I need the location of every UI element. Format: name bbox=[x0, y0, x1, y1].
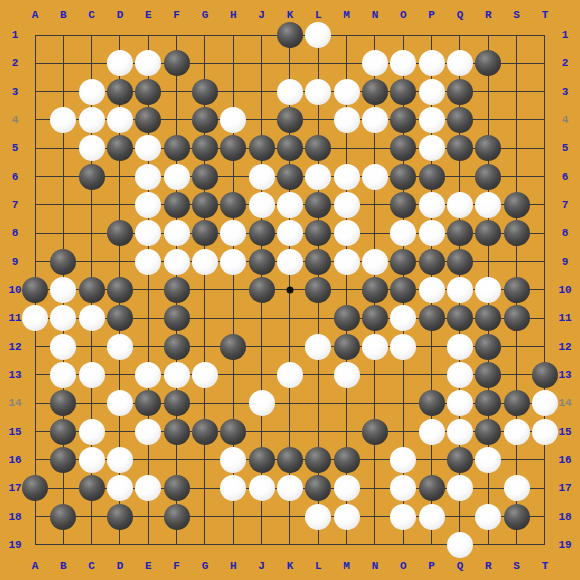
stone-white bbox=[419, 504, 445, 530]
stone-black bbox=[164, 192, 190, 218]
stone-white bbox=[277, 362, 303, 388]
stone-white bbox=[107, 390, 133, 416]
stone-black bbox=[390, 79, 416, 105]
stone-black bbox=[419, 249, 445, 275]
stone-black bbox=[107, 220, 133, 246]
row-label-right: 1 bbox=[562, 29, 569, 41]
stone-white bbox=[249, 475, 275, 501]
stone-black bbox=[164, 135, 190, 161]
stone-white bbox=[447, 277, 473, 303]
stone-black bbox=[504, 192, 530, 218]
column-label-bottom: N bbox=[372, 560, 379, 572]
stone-black bbox=[447, 305, 473, 331]
stone-black bbox=[164, 334, 190, 360]
stone-black bbox=[164, 277, 190, 303]
stone-black bbox=[305, 249, 331, 275]
stone-black bbox=[305, 220, 331, 246]
column-label-top: N bbox=[372, 9, 379, 21]
column-label-bottom: H bbox=[230, 560, 237, 572]
stone-white bbox=[390, 334, 416, 360]
stone-white bbox=[22, 305, 48, 331]
stone-black bbox=[390, 192, 416, 218]
column-label-top: F bbox=[173, 9, 180, 21]
stone-black bbox=[79, 475, 105, 501]
stone-black bbox=[305, 135, 331, 161]
stone-black bbox=[79, 164, 105, 190]
stone-black bbox=[135, 79, 161, 105]
stone-black bbox=[504, 277, 530, 303]
stone-black bbox=[220, 192, 246, 218]
column-label-top: H bbox=[230, 9, 237, 21]
stone-white bbox=[79, 107, 105, 133]
stone-black bbox=[107, 79, 133, 105]
row-label-right: 11 bbox=[558, 312, 571, 324]
stone-white bbox=[334, 220, 360, 246]
stone-white bbox=[164, 362, 190, 388]
column-label-bottom: T bbox=[542, 560, 549, 572]
column-label-top: Q bbox=[457, 9, 464, 21]
stone-black bbox=[50, 504, 76, 530]
row-label-right: 18 bbox=[558, 511, 571, 523]
row-label-right: 3 bbox=[562, 86, 569, 98]
stone-black bbox=[22, 475, 48, 501]
stone-black bbox=[475, 334, 501, 360]
stone-white bbox=[164, 249, 190, 275]
stone-black bbox=[164, 475, 190, 501]
stone-white bbox=[390, 475, 416, 501]
stone-white bbox=[334, 79, 360, 105]
stone-white bbox=[107, 447, 133, 473]
stone-black bbox=[192, 135, 218, 161]
row-label-right: 7 bbox=[562, 199, 569, 211]
stone-black bbox=[362, 277, 388, 303]
stone-black bbox=[192, 220, 218, 246]
stone-black bbox=[164, 419, 190, 445]
stone-white bbox=[334, 362, 360, 388]
stone-white bbox=[419, 277, 445, 303]
stone-white bbox=[419, 135, 445, 161]
stone-white bbox=[277, 220, 303, 246]
stone-black bbox=[305, 447, 331, 473]
row-label-left: 1 bbox=[12, 29, 19, 41]
stone-black bbox=[249, 220, 275, 246]
stone-white bbox=[334, 164, 360, 190]
stone-black bbox=[447, 447, 473, 473]
row-label-left: 18 bbox=[8, 511, 21, 523]
stone-white bbox=[447, 334, 473, 360]
stone-white bbox=[447, 192, 473, 218]
stone-white bbox=[334, 249, 360, 275]
row-label-right: 6 bbox=[562, 171, 569, 183]
stone-white bbox=[447, 475, 473, 501]
column-label-top: A bbox=[32, 9, 39, 21]
stone-black bbox=[305, 277, 331, 303]
stone-white bbox=[504, 419, 530, 445]
stone-black bbox=[164, 305, 190, 331]
stone-white bbox=[362, 334, 388, 360]
stone-black bbox=[390, 107, 416, 133]
stone-black bbox=[447, 249, 473, 275]
stone-black bbox=[192, 419, 218, 445]
stone-white bbox=[447, 50, 473, 76]
stone-white bbox=[79, 135, 105, 161]
stone-black bbox=[504, 305, 530, 331]
stone-white bbox=[50, 277, 76, 303]
stone-black bbox=[50, 419, 76, 445]
stone-white bbox=[390, 447, 416, 473]
stone-black bbox=[135, 107, 161, 133]
stone-black bbox=[447, 220, 473, 246]
go-board[interactable]: AABBCCDDEEFFGGHHJJKKLLMMNNOOPPQQRRSSTT11… bbox=[0, 0, 580, 580]
stone-black bbox=[447, 135, 473, 161]
row-label-right: 14 bbox=[558, 397, 571, 409]
stone-white bbox=[107, 334, 133, 360]
stone-black bbox=[475, 362, 501, 388]
stone-black bbox=[362, 305, 388, 331]
stone-black bbox=[164, 390, 190, 416]
stone-black bbox=[334, 334, 360, 360]
row-label-left: 6 bbox=[12, 171, 19, 183]
stone-black bbox=[475, 135, 501, 161]
stone-white bbox=[305, 334, 331, 360]
row-label-left: 17 bbox=[8, 482, 21, 494]
stone-white bbox=[79, 362, 105, 388]
stone-black bbox=[419, 475, 445, 501]
stone-white bbox=[135, 50, 161, 76]
stone-white bbox=[79, 419, 105, 445]
stone-white bbox=[305, 79, 331, 105]
stone-black bbox=[305, 475, 331, 501]
stone-black bbox=[390, 135, 416, 161]
row-label-left: 12 bbox=[8, 341, 21, 353]
stone-white bbox=[390, 50, 416, 76]
stone-white bbox=[164, 164, 190, 190]
row-label-left: 3 bbox=[12, 86, 19, 98]
stone-black bbox=[305, 192, 331, 218]
stone-white bbox=[419, 50, 445, 76]
grid-line-vertical bbox=[544, 35, 545, 545]
stone-black bbox=[50, 390, 76, 416]
row-label-right: 8 bbox=[562, 227, 569, 239]
column-label-bottom: S bbox=[513, 560, 520, 572]
column-label-top: L bbox=[315, 9, 322, 21]
stone-black bbox=[390, 277, 416, 303]
stone-black bbox=[192, 79, 218, 105]
stone-white bbox=[107, 107, 133, 133]
column-label-top: J bbox=[258, 9, 265, 21]
column-label-top: K bbox=[287, 9, 294, 21]
stone-white bbox=[50, 107, 76, 133]
stone-white bbox=[419, 220, 445, 246]
stone-white bbox=[220, 220, 246, 246]
stone-black bbox=[107, 504, 133, 530]
row-label-right: 15 bbox=[558, 426, 571, 438]
stone-black bbox=[277, 107, 303, 133]
stone-black bbox=[447, 107, 473, 133]
stone-black bbox=[504, 220, 530, 246]
stone-white bbox=[419, 107, 445, 133]
stone-white bbox=[334, 504, 360, 530]
stone-black bbox=[334, 305, 360, 331]
stone-black bbox=[475, 50, 501, 76]
stone-white bbox=[532, 419, 558, 445]
stone-white bbox=[305, 22, 331, 48]
stone-white bbox=[249, 192, 275, 218]
stone-white bbox=[362, 164, 388, 190]
stone-black bbox=[107, 305, 133, 331]
stone-white bbox=[447, 390, 473, 416]
stone-white bbox=[334, 475, 360, 501]
row-label-right: 5 bbox=[562, 142, 569, 154]
stone-white bbox=[135, 164, 161, 190]
row-label-left: 8 bbox=[12, 227, 19, 239]
stone-white bbox=[50, 305, 76, 331]
stone-white bbox=[135, 220, 161, 246]
column-label-top: S bbox=[513, 9, 520, 21]
stone-black bbox=[79, 277, 105, 303]
stone-white bbox=[220, 107, 246, 133]
stone-white bbox=[475, 277, 501, 303]
column-label-bottom: K bbox=[287, 560, 294, 572]
row-label-left: 7 bbox=[12, 199, 19, 211]
stone-white bbox=[249, 164, 275, 190]
stone-white bbox=[164, 220, 190, 246]
stone-black bbox=[390, 249, 416, 275]
row-label-right: 13 bbox=[558, 369, 571, 381]
column-label-top: C bbox=[88, 9, 95, 21]
stone-black bbox=[50, 249, 76, 275]
stone-white bbox=[192, 249, 218, 275]
row-label-left: 19 bbox=[8, 539, 21, 551]
column-label-top: T bbox=[542, 9, 549, 21]
column-label-top: M bbox=[343, 9, 350, 21]
row-label-right: 19 bbox=[558, 539, 571, 551]
stone-white bbox=[220, 249, 246, 275]
row-label-right: 17 bbox=[558, 482, 571, 494]
stone-black bbox=[220, 334, 246, 360]
stone-black bbox=[277, 447, 303, 473]
stone-white bbox=[135, 192, 161, 218]
stone-white bbox=[135, 135, 161, 161]
stone-black bbox=[475, 220, 501, 246]
stone-black bbox=[362, 419, 388, 445]
stone-white bbox=[135, 362, 161, 388]
column-label-bottom: A bbox=[32, 560, 39, 572]
column-label-bottom: O bbox=[400, 560, 407, 572]
stone-white bbox=[419, 79, 445, 105]
stone-white bbox=[135, 249, 161, 275]
stone-white bbox=[362, 249, 388, 275]
column-label-top: R bbox=[485, 9, 492, 21]
stone-black bbox=[277, 22, 303, 48]
stone-white bbox=[532, 390, 558, 416]
stone-black bbox=[220, 135, 246, 161]
stone-white bbox=[504, 475, 530, 501]
stone-white bbox=[447, 362, 473, 388]
stone-black bbox=[249, 249, 275, 275]
column-label-bottom: L bbox=[315, 560, 322, 572]
stone-white bbox=[50, 334, 76, 360]
row-label-left: 14 bbox=[8, 397, 21, 409]
row-label-right: 9 bbox=[562, 256, 569, 268]
row-label-right: 2 bbox=[562, 57, 569, 69]
stone-black bbox=[475, 305, 501, 331]
stone-black bbox=[249, 135, 275, 161]
stone-black bbox=[107, 135, 133, 161]
stone-white bbox=[305, 504, 331, 530]
column-label-bottom: F bbox=[173, 560, 180, 572]
row-label-left: 4 bbox=[12, 114, 19, 126]
row-label-right: 12 bbox=[558, 341, 571, 353]
column-label-bottom: G bbox=[202, 560, 209, 572]
stone-white bbox=[107, 50, 133, 76]
stone-white bbox=[475, 192, 501, 218]
stone-white bbox=[390, 305, 416, 331]
row-label-left: 16 bbox=[8, 454, 21, 466]
stone-black bbox=[107, 277, 133, 303]
stone-black bbox=[419, 390, 445, 416]
stone-white bbox=[419, 419, 445, 445]
stone-white bbox=[419, 192, 445, 218]
stone-black bbox=[277, 135, 303, 161]
column-label-top: G bbox=[202, 9, 209, 21]
stone-white bbox=[305, 164, 331, 190]
stone-white bbox=[390, 504, 416, 530]
row-label-left: 5 bbox=[12, 142, 19, 154]
stone-white bbox=[135, 475, 161, 501]
column-label-bottom: D bbox=[117, 560, 124, 572]
stone-white bbox=[447, 419, 473, 445]
stone-white bbox=[192, 362, 218, 388]
stone-white bbox=[79, 447, 105, 473]
stone-white bbox=[220, 475, 246, 501]
stone-white bbox=[390, 220, 416, 246]
stone-black bbox=[447, 79, 473, 105]
stone-black bbox=[362, 79, 388, 105]
stone-black bbox=[277, 164, 303, 190]
stone-black bbox=[192, 164, 218, 190]
stone-black bbox=[504, 390, 530, 416]
column-label-bottom: M bbox=[343, 560, 350, 572]
column-label-bottom: E bbox=[145, 560, 152, 572]
stone-white bbox=[334, 192, 360, 218]
stone-white bbox=[277, 192, 303, 218]
stone-black bbox=[475, 390, 501, 416]
row-label-right: 16 bbox=[558, 454, 571, 466]
stone-black bbox=[504, 504, 530, 530]
stone-white bbox=[50, 362, 76, 388]
column-label-bottom: C bbox=[88, 560, 95, 572]
stone-white bbox=[334, 107, 360, 133]
row-label-left: 15 bbox=[8, 426, 21, 438]
stone-white bbox=[107, 475, 133, 501]
row-label-left: 2 bbox=[12, 57, 19, 69]
stone-black bbox=[220, 419, 246, 445]
stone-black bbox=[334, 447, 360, 473]
stone-white bbox=[79, 305, 105, 331]
stone-white bbox=[362, 50, 388, 76]
stone-black bbox=[192, 107, 218, 133]
stone-white bbox=[475, 504, 501, 530]
column-label-top: P bbox=[428, 9, 435, 21]
stone-white bbox=[277, 249, 303, 275]
stone-black bbox=[50, 447, 76, 473]
stone-white bbox=[277, 475, 303, 501]
row-label-left: 10 bbox=[8, 284, 21, 296]
row-label-right: 10 bbox=[558, 284, 571, 296]
stone-white bbox=[79, 79, 105, 105]
stone-black bbox=[475, 164, 501, 190]
stone-black bbox=[192, 192, 218, 218]
stone-black bbox=[249, 277, 275, 303]
row-label-left: 11 bbox=[8, 312, 21, 324]
stone-black bbox=[475, 419, 501, 445]
stone-white bbox=[277, 79, 303, 105]
stone-black bbox=[419, 305, 445, 331]
column-label-bottom: J bbox=[258, 560, 265, 572]
stone-black bbox=[22, 277, 48, 303]
row-label-left: 13 bbox=[8, 369, 21, 381]
stone-black bbox=[164, 504, 190, 530]
stone-white bbox=[447, 532, 473, 558]
column-label-bottom: B bbox=[60, 560, 67, 572]
stone-black bbox=[419, 164, 445, 190]
stone-white bbox=[475, 447, 501, 473]
column-label-top: B bbox=[60, 9, 67, 21]
stone-black bbox=[249, 447, 275, 473]
column-label-top: E bbox=[145, 9, 152, 21]
row-label-right: 4 bbox=[562, 114, 569, 126]
stone-black bbox=[390, 164, 416, 190]
column-label-top: O bbox=[400, 9, 407, 21]
column-label-bottom: Q bbox=[457, 560, 464, 572]
stone-white bbox=[362, 107, 388, 133]
stone-black bbox=[532, 362, 558, 388]
star-point bbox=[286, 286, 293, 293]
row-label-left: 9 bbox=[12, 256, 19, 268]
stone-black bbox=[135, 390, 161, 416]
column-label-bottom: P bbox=[428, 560, 435, 572]
column-label-bottom: R bbox=[485, 560, 492, 572]
stone-black bbox=[164, 50, 190, 76]
column-label-top: D bbox=[117, 9, 124, 21]
stone-white bbox=[249, 390, 275, 416]
stone-white bbox=[135, 419, 161, 445]
stone-white bbox=[220, 447, 246, 473]
